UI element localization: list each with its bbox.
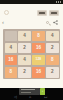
status-icons	[56, 1, 61, 3]
score-value	[39, 12, 45, 14]
tile-4: 4	[18, 31, 30, 42]
tile-16: 16	[32, 67, 44, 78]
tile-16: 16	[32, 43, 44, 54]
tile-8: 8	[5, 67, 17, 78]
share-icon[interactable]	[53, 20, 58, 25]
best-box[interactable]	[49, 10, 59, 16]
screen: ‹ 48442162164128882162 ↓ ◁ ⌂ ▭	[0, 0, 63, 100]
tile-16: 16	[5, 55, 17, 66]
bottom-bar: ↓ ◁ ⌂ ▭	[0, 88, 63, 100]
restart-circle-icon[interactable]	[4, 10, 9, 15]
board-grid[interactable]: 48442162164128882162	[3, 29, 60, 79]
nav-home-icon[interactable]: ⌂	[29, 95, 31, 99]
ad-text-line	[21, 89, 35, 90]
tile-2: 2	[46, 43, 58, 54]
ad-banner[interactable]	[19, 88, 40, 95]
ad-text-line	[21, 92, 31, 93]
score-box[interactable]	[37, 10, 47, 16]
tile-4: 4	[18, 55, 30, 66]
tile-128: 128	[32, 55, 44, 66]
tile-2: 2	[18, 43, 30, 54]
search-icon[interactable]	[46, 21, 49, 24]
nav-back-icon[interactable]: ◁	[14, 95, 17, 99]
nav-recents-icon[interactable]: ▭	[44, 95, 47, 99]
tile-4: 4	[5, 43, 17, 54]
best-value	[51, 12, 57, 14]
back-arrow-icon[interactable]: ‹	[2, 19, 4, 25]
tile-8: 8	[32, 31, 44, 42]
status-bar	[0, 0, 63, 4]
ad-install-button[interactable]: ↓	[40, 88, 45, 95]
tile-4: 4	[46, 31, 58, 42]
tile-2: 2	[46, 67, 58, 78]
tile-8: 8	[46, 55, 58, 66]
tile-2: 2	[18, 67, 30, 78]
cell-empty	[5, 31, 17, 42]
